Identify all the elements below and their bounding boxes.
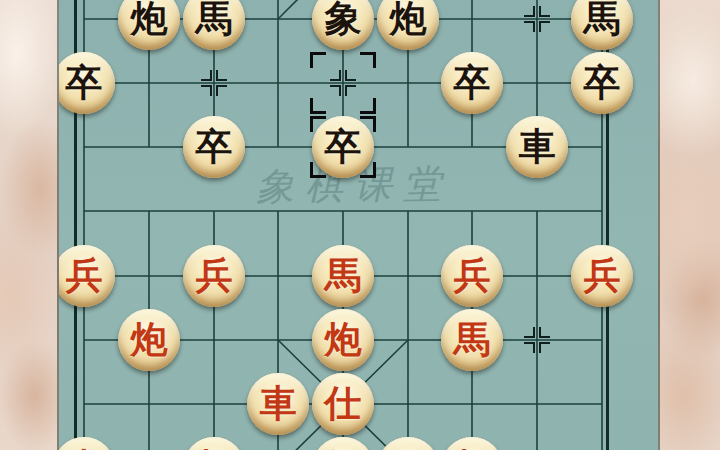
piece-glyph: 車	[66, 437, 103, 450]
piece-red-horse-g7[interactable]: 馬	[441, 309, 503, 371]
point-marker-corner	[216, 85, 227, 96]
piece-glyph: 炮	[131, 309, 168, 371]
bracket-corner	[360, 116, 376, 132]
right-marble-margin	[658, 0, 720, 450]
last-move-to-marker	[310, 116, 376, 178]
piece-glyph: 車	[260, 373, 297, 435]
piece-red-soldier-a6[interactable]: 兵	[53, 245, 115, 307]
point-marker-corner	[524, 342, 535, 353]
bracket-corner	[310, 162, 326, 178]
bracket-corner	[360, 52, 376, 68]
piece-glyph: 仕	[325, 373, 362, 435]
piece-glyph: 馬	[584, 0, 621, 50]
piece-glyph: 馬	[196, 0, 233, 50]
piece-black-soldier-g3[interactable]: 卒	[441, 52, 503, 114]
point-marker-corner	[201, 70, 212, 81]
piece-glyph: 卒	[66, 52, 103, 114]
point-marker-corner	[216, 70, 227, 81]
piece-red-horse-e6[interactable]: 馬	[312, 245, 374, 307]
piece-glyph: 炮	[390, 0, 427, 50]
point-marker-corner	[539, 342, 550, 353]
piece-glyph: 車	[519, 116, 556, 178]
point-marker-corner	[524, 6, 535, 17]
bracket-corner	[360, 98, 376, 114]
piece-glyph: 馬	[454, 309, 491, 371]
piece-glyph: 炮	[325, 309, 362, 371]
piece-glyph: 相	[196, 437, 233, 450]
piece-black-chariot-h4[interactable]: 車	[506, 116, 568, 178]
piece-red-soldier-c6[interactable]: 兵	[183, 245, 245, 307]
point-marker-corner	[539, 21, 550, 32]
piece-glyph: 卒	[584, 52, 621, 114]
piece-black-soldier-c4[interactable]: 卒	[183, 116, 245, 178]
piece-red-advisor-e8[interactable]: 仕	[312, 373, 374, 435]
piece-red-soldier-i6[interactable]: 兵	[571, 245, 633, 307]
piece-glyph: 馬	[325, 245, 362, 307]
point-marker-corner	[524, 327, 535, 338]
piece-black-soldier-i3[interactable]: 卒	[571, 52, 633, 114]
piece-glyph: 炮	[131, 0, 168, 50]
piece-black-soldier-a3[interactable]: 卒	[53, 52, 115, 114]
point-marker-h7	[524, 327, 550, 353]
piece-red-chariot-d8[interactable]: 車	[247, 373, 309, 435]
piece-glyph: 卒	[196, 116, 233, 178]
point-marker-corner	[524, 21, 535, 32]
piece-glyph: 兵	[454, 245, 491, 307]
piece-glyph: 兵	[584, 245, 621, 307]
piece-glyph: 象	[325, 0, 362, 50]
point-marker-c3	[201, 70, 227, 96]
piece-glyph: 仕	[390, 437, 427, 450]
xiangqi-app-window: 象棋课堂 炮馬象炮馬卒卒卒卒卒車兵兵馬兵兵炮炮馬車仕車相帥仕相	[0, 0, 720, 450]
point-marker-corner	[201, 85, 212, 96]
piece-glyph: 帥	[325, 437, 362, 450]
point-marker-corner	[539, 327, 550, 338]
point-marker-corner	[539, 6, 550, 17]
left-marble-margin	[0, 0, 59, 450]
piece-glyph: 相	[454, 437, 491, 450]
piece-glyph: 卒	[454, 52, 491, 114]
point-marker-h2	[524, 6, 550, 32]
bracket-corner	[310, 98, 326, 114]
piece-red-cannon-b7[interactable]: 炮	[118, 309, 180, 371]
piece-red-soldier-g6[interactable]: 兵	[441, 245, 503, 307]
last-move-from-marker	[310, 52, 376, 114]
piece-red-cannon-e7[interactable]: 炮	[312, 309, 374, 371]
piece-glyph: 兵	[196, 245, 233, 307]
bracket-corner	[310, 52, 326, 68]
bracket-corner	[360, 162, 376, 178]
piece-glyph: 兵	[66, 245, 103, 307]
bracket-corner	[310, 116, 326, 132]
